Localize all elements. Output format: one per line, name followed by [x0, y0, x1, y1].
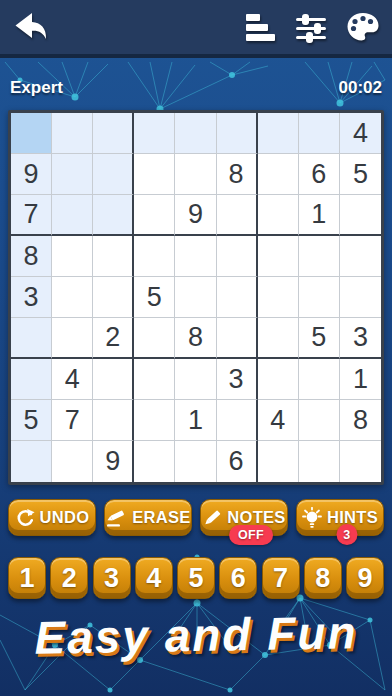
cell-r1c8[interactable]	[299, 113, 340, 154]
themes-button[interactable]	[346, 12, 380, 42]
cell-r7c4[interactable]	[134, 359, 175, 400]
cell-r4c2[interactable]	[52, 236, 93, 277]
status-row: Expert 00:02	[10, 78, 382, 98]
sliders-icon	[296, 14, 326, 41]
cell-r5c9[interactable]	[340, 277, 381, 318]
cell-r3c3[interactable]	[93, 195, 134, 236]
cell-r5c2[interactable]	[52, 277, 93, 318]
tagline: Easy and Fun	[0, 605, 392, 666]
cell-r2c6[interactable]: 8	[217, 154, 258, 195]
erase-button[interactable]: ERASE	[104, 499, 192, 536]
cell-r3c1[interactable]: 7	[11, 195, 52, 236]
numpad-key-4[interactable]: 4	[135, 557, 173, 599]
cell-r2c7[interactable]	[258, 154, 299, 195]
notes-state-badge: OFF	[229, 525, 273, 545]
cell-r8c9[interactable]: 8	[340, 400, 381, 441]
cell-r3c8[interactable]: 1	[299, 195, 340, 236]
cell-r9c3[interactable]: 9	[93, 441, 134, 482]
cell-r8c1[interactable]: 5	[11, 400, 52, 441]
cell-r3c2[interactable]	[52, 195, 93, 236]
cell-r8c6[interactable]	[217, 400, 258, 441]
cell-r1c1[interactable]	[11, 113, 52, 154]
cell-r6c4[interactable]	[134, 318, 175, 359]
undo-button[interactable]: UNDO	[8, 499, 96, 536]
cell-r6c7[interactable]	[258, 318, 299, 359]
cell-r4c1[interactable]: 8	[11, 236, 52, 277]
cell-r5c4[interactable]: 5	[134, 277, 175, 318]
cell-r2c1[interactable]: 9	[11, 154, 52, 195]
cell-r9c9[interactable]	[340, 441, 381, 482]
cell-r2c2[interactable]	[52, 154, 93, 195]
cell-r9c1[interactable]	[11, 441, 52, 482]
cell-r1c7[interactable]	[258, 113, 299, 154]
cell-r3c5[interactable]: 9	[175, 195, 216, 236]
cell-r9c6[interactable]: 6	[217, 441, 258, 482]
erase-label: ERASE	[132, 508, 190, 527]
cell-r7c8[interactable]	[299, 359, 340, 400]
cell-r5c6[interactable]	[217, 277, 258, 318]
top-bar	[0, 0, 392, 58]
cell-r7c7[interactable]	[258, 359, 299, 400]
undo-icon	[15, 508, 35, 528]
cell-r5c1[interactable]: 3	[11, 277, 52, 318]
cell-r9c7[interactable]	[258, 441, 299, 482]
numpad-key-3[interactable]: 3	[93, 557, 131, 599]
cell-r9c4[interactable]	[134, 441, 175, 482]
back-button[interactable]	[12, 11, 48, 43]
hints-button[interactable]: HINTS 3	[296, 499, 384, 536]
cell-r7c2[interactable]: 4	[52, 359, 93, 400]
cell-r3c6[interactable]	[217, 195, 258, 236]
cell-r4c8[interactable]	[299, 236, 340, 277]
pencil-icon	[202, 508, 222, 528]
cell-r3c7[interactable]	[258, 195, 299, 236]
cell-r6c1[interactable]	[11, 318, 52, 359]
cell-r8c7[interactable]: 4	[258, 400, 299, 441]
number-pad: 1 2 3 4 5 6 7 8 9	[8, 557, 384, 599]
cell-r5c5[interactable]	[175, 277, 216, 318]
cell-r6c6[interactable]	[217, 318, 258, 359]
cell-r4c9[interactable]	[340, 236, 381, 277]
hints-count-badge: 3	[336, 524, 357, 545]
cell-r3c9[interactable]	[340, 195, 381, 236]
cell-r2c4[interactable]	[134, 154, 175, 195]
cell-r5c7[interactable]	[258, 277, 299, 318]
cell-r7c5[interactable]	[175, 359, 216, 400]
cell-r1c5[interactable]	[175, 113, 216, 154]
cell-r4c6[interactable]	[217, 236, 258, 277]
cell-r2c3[interactable]	[93, 154, 134, 195]
numpad-key-2[interactable]: 2	[50, 557, 88, 599]
numpad-key-6[interactable]: 6	[219, 557, 257, 599]
bar-chart-icon	[246, 14, 276, 41]
cell-r1c6[interactable]	[217, 113, 258, 154]
cell-r8c4[interactable]	[134, 400, 175, 441]
cell-r9c5[interactable]	[175, 441, 216, 482]
cell-r2c8[interactable]: 6	[299, 154, 340, 195]
cell-r6c5[interactable]: 8	[175, 318, 216, 359]
hints-label: HINTS	[327, 508, 378, 527]
cell-r7c9[interactable]: 1	[340, 359, 381, 400]
undo-label: UNDO	[40, 508, 90, 527]
cell-r1c9[interactable]: 4	[340, 113, 381, 154]
numpad-key-1[interactable]: 1	[8, 557, 46, 599]
cell-r6c2[interactable]	[52, 318, 93, 359]
cell-r9c2[interactable]	[52, 441, 93, 482]
numpad-key-5[interactable]: 5	[177, 557, 215, 599]
cell-r3c4[interactable]	[134, 195, 175, 236]
cell-r7c6[interactable]: 3	[217, 359, 258, 400]
cell-r6c8[interactable]: 5	[299, 318, 340, 359]
cell-r8c3[interactable]	[93, 400, 134, 441]
settings-button[interactable]	[296, 14, 326, 41]
cell-r7c3[interactable]	[93, 359, 134, 400]
cell-r6c3[interactable]: 2	[93, 318, 134, 359]
action-buttons: UNDO ERASE NOTES OFF	[8, 499, 384, 536]
numpad-key-8[interactable]: 8	[304, 557, 342, 599]
cell-r4c7[interactable]	[258, 236, 299, 277]
cell-r2c5[interactable]	[175, 154, 216, 195]
cell-r5c8[interactable]	[299, 277, 340, 318]
cell-r7c1[interactable]	[11, 359, 52, 400]
statistics-button[interactable]	[246, 14, 276, 41]
lightbulb-icon	[302, 507, 322, 529]
numpad-key-9[interactable]: 9	[346, 557, 384, 599]
cell-r4c4[interactable]	[134, 236, 175, 277]
cell-r1c2[interactable]	[52, 113, 93, 154]
numpad-key-7[interactable]: 7	[262, 557, 300, 599]
cell-r9c8[interactable]	[299, 441, 340, 482]
sudoku-board: 4986579183528534315714896	[8, 110, 384, 485]
difficulty-label: Expert	[10, 78, 63, 98]
cell-r8c8[interactable]	[299, 400, 340, 441]
cell-r6c9[interactable]: 3	[340, 318, 381, 359]
eraser-pencil-icon	[105, 508, 127, 528]
cell-r2c9[interactable]: 5	[340, 154, 381, 195]
palette-icon	[346, 12, 380, 42]
cell-r4c3[interactable]	[93, 236, 134, 277]
cell-r1c4[interactable]	[134, 113, 175, 154]
cell-r4c5[interactable]	[175, 236, 216, 277]
back-arrow-icon	[12, 11, 48, 43]
timer: 00:02	[339, 78, 382, 98]
cell-r8c5[interactable]: 1	[175, 400, 216, 441]
cell-r8c2[interactable]: 7	[52, 400, 93, 441]
cell-r5c3[interactable]	[93, 277, 134, 318]
cell-r1c3[interactable]	[93, 113, 134, 154]
notes-button[interactable]: NOTES OFF	[200, 499, 288, 536]
